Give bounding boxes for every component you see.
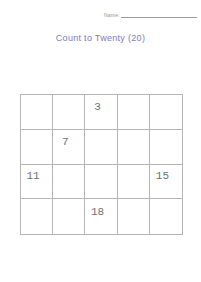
grid-cell-r3-c2[interactable]: [53, 165, 85, 200]
grid-cell-r3-c1: 11: [21, 165, 53, 200]
grid-cell-r3-c5: 15: [150, 165, 182, 200]
grid-cell-r1-c1[interactable]: [21, 95, 53, 130]
grid-cell-r1-c5[interactable]: [150, 95, 182, 130]
grid-cell-r2-c3[interactable]: [85, 130, 117, 165]
grid-cell-r2-c1[interactable]: [21, 130, 53, 165]
grid-cell-r2-c2: 7: [53, 130, 85, 165]
worksheet-page: Name: Count to Twenty (20) 3 7 11 15 18: [0, 0, 201, 282]
name-label: Name:: [104, 12, 120, 18]
grid-cell-r4-c2[interactable]: [53, 199, 85, 234]
grid-cell-r4-c1[interactable]: [21, 199, 53, 234]
page-title: Count to Twenty (20): [0, 33, 201, 44]
grid-cell-r3-c3[interactable]: [85, 165, 117, 200]
grid-cell-r4-c4[interactable]: [118, 199, 150, 234]
grid-cell-r4-c5[interactable]: [150, 199, 182, 234]
grid-cell-r1-c2[interactable]: [53, 95, 85, 130]
name-line[interactable]: [121, 12, 197, 18]
grid-cell-r2-c5[interactable]: [150, 130, 182, 165]
grid-cell-r2-c4[interactable]: [118, 130, 150, 165]
grid-cell-r1-c3: 3: [85, 95, 117, 130]
count-grid: 3 7 11 15 18: [20, 94, 183, 235]
name-row: Name:: [104, 10, 197, 18]
grid-cell-r1-c4[interactable]: [118, 95, 150, 130]
grid-cell-r4-c3: 18: [85, 199, 117, 234]
grid-cell-r3-c4[interactable]: [118, 165, 150, 200]
